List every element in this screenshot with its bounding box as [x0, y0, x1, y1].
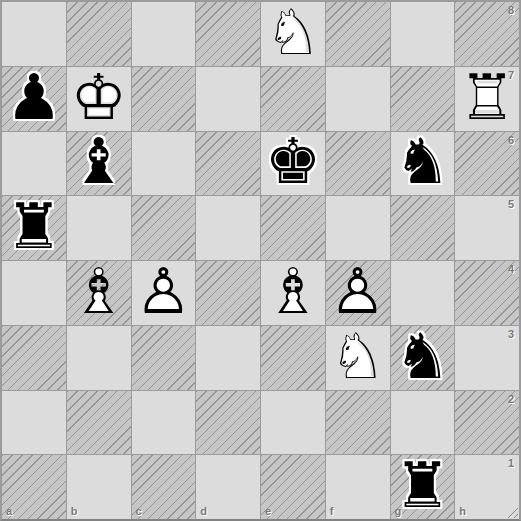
square-a1[interactable]: a — [2, 455, 66, 519]
square-c8[interactable] — [132, 2, 196, 66]
file-label-c: c — [136, 506, 142, 517]
rank-label-3: 3 — [508, 329, 514, 340]
square-d5[interactable] — [196, 196, 260, 260]
square-g7[interactable] — [391, 67, 455, 131]
black-rook-a5[interactable]: ♜ — [2, 196, 66, 260]
square-h1[interactable]: 1h — [455, 455, 519, 519]
piece-solid-glyph: ♞ — [394, 325, 450, 388]
file-label-g: g — [395, 506, 402, 517]
piece-outline-glyph: ♔ — [70, 66, 126, 129]
piece-solid-glyph: ♝ — [70, 131, 126, 194]
piece-solid-glyph: ♜ — [6, 195, 62, 258]
white-knight-f3[interactable]: ♞♘ — [326, 326, 390, 390]
square-f1[interactable]: f — [326, 455, 390, 519]
square-d6[interactable] — [196, 132, 260, 196]
square-d8[interactable] — [196, 2, 260, 66]
file-label-h: h — [459, 506, 466, 517]
square-a3[interactable] — [2, 326, 66, 390]
square-g1[interactable]: g♜ — [391, 455, 455, 519]
square-g5[interactable] — [391, 196, 455, 260]
square-e8[interactable]: ♞♘ — [261, 2, 325, 66]
square-d7[interactable] — [196, 67, 260, 131]
square-c3[interactable] — [132, 326, 196, 390]
rank-label-8: 8 — [508, 5, 514, 16]
square-b2[interactable] — [67, 391, 131, 455]
square-c5[interactable] — [132, 196, 196, 260]
square-h8[interactable]: 8 — [455, 2, 519, 66]
square-e5[interactable] — [261, 196, 325, 260]
square-f4[interactable]: ♟♙ — [326, 261, 390, 325]
square-f3[interactable]: ♞♘ — [326, 326, 390, 390]
square-h4[interactable]: 4 — [455, 261, 519, 325]
square-g3[interactable]: ♞ — [391, 326, 455, 390]
file-label-a: a — [6, 506, 12, 517]
square-f6[interactable] — [326, 132, 390, 196]
piece-solid-glyph: ♟ — [6, 66, 62, 129]
square-a7[interactable]: ♟ — [2, 67, 66, 131]
white-pawn-f4[interactable]: ♟♙ — [326, 261, 390, 325]
rank-label-1: 1 — [508, 458, 514, 469]
square-f7[interactable] — [326, 67, 390, 131]
square-h5[interactable]: 5 — [455, 196, 519, 260]
square-e7[interactable] — [261, 67, 325, 131]
square-h3[interactable]: 3 — [455, 326, 519, 390]
rank-label-6: 6 — [508, 135, 514, 146]
square-a2[interactable] — [2, 391, 66, 455]
square-f8[interactable] — [326, 2, 390, 66]
black-bishop-b6[interactable]: ♝ — [67, 132, 131, 196]
square-d3[interactable] — [196, 326, 260, 390]
black-knight-g6[interactable]: ♞ — [391, 132, 455, 196]
square-c6[interactable] — [132, 132, 196, 196]
square-b7[interactable]: ♚♔ — [67, 67, 131, 131]
square-b5[interactable] — [67, 196, 131, 260]
square-g8[interactable] — [391, 2, 455, 66]
rank-label-2: 2 — [508, 394, 514, 405]
black-pawn-a7[interactable]: ♟ — [2, 67, 66, 131]
square-f2[interactable] — [326, 391, 390, 455]
piece-outline-glyph: ♘ — [329, 325, 385, 388]
piece-outline-glyph: ♗ — [70, 260, 126, 323]
square-h2[interactable]: 2 — [455, 391, 519, 455]
file-label-e: e — [265, 506, 271, 517]
square-g2[interactable] — [391, 391, 455, 455]
square-a6[interactable] — [2, 132, 66, 196]
square-c4[interactable]: ♟♙ — [132, 261, 196, 325]
piece-outline-glyph: ♙ — [135, 260, 191, 323]
square-h6[interactable]: 6 — [455, 132, 519, 196]
square-b3[interactable] — [67, 326, 131, 390]
square-e1[interactable]: e — [261, 455, 325, 519]
square-c2[interactable] — [132, 391, 196, 455]
square-g6[interactable]: ♞ — [391, 132, 455, 196]
black-knight-g3[interactable]: ♞ — [391, 326, 455, 390]
white-bishop-b4[interactable]: ♝♗ — [67, 261, 131, 325]
square-a4[interactable] — [2, 261, 66, 325]
square-e2[interactable] — [261, 391, 325, 455]
square-b1[interactable]: b — [67, 455, 131, 519]
piece-outline-glyph: ♙ — [329, 260, 385, 323]
square-g4[interactable] — [391, 261, 455, 325]
square-b4[interactable]: ♝♗ — [67, 261, 131, 325]
piece-solid-glyph: ♚ — [265, 131, 321, 194]
piece-outline-glyph: ♘ — [265, 1, 321, 64]
square-e3[interactable] — [261, 326, 325, 390]
piece-solid-glyph: ♜ — [394, 454, 450, 517]
square-f5[interactable] — [326, 196, 390, 260]
file-label-f: f — [330, 506, 334, 517]
square-d1[interactable]: d — [196, 455, 260, 519]
square-a5[interactable]: ♜ — [2, 196, 66, 260]
square-d2[interactable] — [196, 391, 260, 455]
square-e6[interactable]: ♚ — [261, 132, 325, 196]
rank-label-5: 5 — [508, 199, 514, 210]
square-h7[interactable]: 7♜♖ — [455, 67, 519, 131]
square-c1[interactable]: c — [132, 455, 196, 519]
piece-outline-glyph: ♗ — [265, 260, 321, 323]
rank-label-7: 7 — [508, 70, 514, 81]
rank-label-4: 4 — [508, 264, 514, 275]
piece-solid-glyph: ♞ — [394, 131, 450, 194]
white-pawn-c4[interactable]: ♟♙ — [132, 261, 196, 325]
square-b8[interactable] — [67, 2, 131, 66]
square-d4[interactable] — [196, 261, 260, 325]
square-c7[interactable] — [132, 67, 196, 131]
square-e4[interactable]: ♝♗ — [261, 261, 325, 325]
black-king-e6[interactable]: ♚ — [261, 132, 325, 196]
white-king-b7[interactable]: ♚♔ — [67, 67, 131, 131]
square-a8[interactable] — [2, 2, 66, 66]
white-bishop-e4[interactable]: ♝♗ — [261, 261, 325, 325]
white-knight-e8[interactable]: ♞♘ — [261, 2, 325, 66]
file-label-b: b — [71, 506, 78, 517]
chess-board: ♞♘8♟♚♔7♜♖♝♚♞6♜5♝♗♟♙♝♗♟♙4♞♘♞32abcdefg♜1h — [0, 0, 521, 521]
file-label-d: d — [200, 506, 207, 517]
square-b6[interactable]: ♝ — [67, 132, 131, 196]
